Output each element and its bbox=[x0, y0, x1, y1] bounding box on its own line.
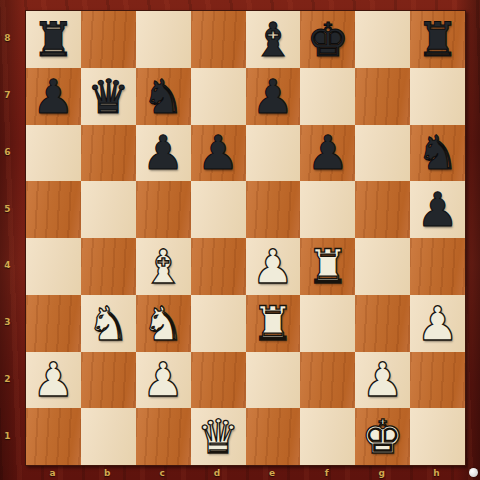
piece-bp: ♟ bbox=[307, 129, 349, 176]
square-f1[interactable] bbox=[300, 408, 355, 465]
square-c7[interactable]: ♞ bbox=[136, 68, 191, 125]
square-f5[interactable] bbox=[300, 181, 355, 238]
square-b1[interactable] bbox=[81, 408, 136, 465]
rank-label-8: 8 bbox=[0, 10, 15, 67]
piece-bk: ♚ bbox=[307, 16, 349, 63]
piece-bp: ♟ bbox=[416, 186, 458, 233]
piece-wp: ♟ bbox=[362, 356, 404, 403]
square-h8[interactable]: ♜ bbox=[410, 11, 465, 68]
square-a6[interactable] bbox=[26, 125, 81, 182]
square-f2[interactable] bbox=[300, 352, 355, 409]
piece-wr: ♜ bbox=[307, 243, 349, 290]
square-g5[interactable] bbox=[355, 181, 410, 238]
square-d7[interactable] bbox=[191, 68, 246, 125]
piece-wn: ♞ bbox=[87, 300, 129, 347]
square-e6[interactable] bbox=[246, 125, 301, 182]
square-b3[interactable]: ♞ bbox=[81, 295, 136, 352]
file-label-g: g bbox=[354, 465, 409, 480]
square-d4[interactable] bbox=[191, 238, 246, 295]
square-f7[interactable] bbox=[300, 68, 355, 125]
piece-bp: ♟ bbox=[142, 129, 184, 176]
rank-labels: 87654321 bbox=[0, 10, 25, 464]
square-g2[interactable]: ♟ bbox=[355, 352, 410, 409]
piece-wb: ♝ bbox=[142, 243, 184, 290]
piece-bn: ♞ bbox=[416, 129, 458, 176]
square-c3[interactable]: ♞ bbox=[136, 295, 191, 352]
square-h5[interactable]: ♟ bbox=[410, 181, 465, 238]
square-d6[interactable]: ♟ bbox=[191, 125, 246, 182]
file-labels: abcdefgh bbox=[25, 465, 464, 480]
square-d8[interactable] bbox=[191, 11, 246, 68]
square-c6[interactable]: ♟ bbox=[136, 125, 191, 182]
piece-bn: ♞ bbox=[142, 73, 184, 120]
piece-br: ♜ bbox=[32, 16, 74, 63]
square-b2[interactable] bbox=[81, 352, 136, 409]
rank-label-5: 5 bbox=[0, 180, 15, 237]
square-e3[interactable]: ♜ bbox=[246, 295, 301, 352]
piece-wq: ♛ bbox=[197, 413, 239, 460]
piece-wn: ♞ bbox=[142, 300, 184, 347]
square-a8[interactable]: ♜ bbox=[26, 11, 81, 68]
square-e1[interactable] bbox=[246, 408, 301, 465]
square-f8[interactable]: ♚ bbox=[300, 11, 355, 68]
file-label-h: h bbox=[409, 465, 464, 480]
square-d2[interactable] bbox=[191, 352, 246, 409]
chess-frame: 87654321 ♜♝♚♜♟♛♞♟♟♟♟♞♟♝♟♜♞♞♜♟♟♟♟♛♚ abcde… bbox=[0, 0, 480, 480]
square-a3[interactable] bbox=[26, 295, 81, 352]
square-c8[interactable] bbox=[136, 11, 191, 68]
piece-wk: ♚ bbox=[362, 413, 404, 460]
white-to-move-indicator bbox=[469, 468, 478, 477]
square-g8[interactable] bbox=[355, 11, 410, 68]
square-g7[interactable] bbox=[355, 68, 410, 125]
square-h3[interactable]: ♟ bbox=[410, 295, 465, 352]
square-a5[interactable] bbox=[26, 181, 81, 238]
square-g1[interactable]: ♚ bbox=[355, 408, 410, 465]
piece-wp: ♟ bbox=[32, 356, 74, 403]
rank-label-2: 2 bbox=[0, 351, 15, 408]
piece-wp: ♟ bbox=[142, 356, 184, 403]
square-e7[interactable]: ♟ bbox=[246, 68, 301, 125]
square-e5[interactable] bbox=[246, 181, 301, 238]
piece-bp: ♟ bbox=[197, 129, 239, 176]
square-b7[interactable]: ♛ bbox=[81, 68, 136, 125]
file-label-c: c bbox=[135, 465, 190, 480]
file-label-f: f bbox=[299, 465, 354, 480]
square-h2[interactable] bbox=[410, 352, 465, 409]
square-a7[interactable]: ♟ bbox=[26, 68, 81, 125]
square-c4[interactable]: ♝ bbox=[136, 238, 191, 295]
file-label-e: e bbox=[245, 465, 300, 480]
file-label-d: d bbox=[190, 465, 245, 480]
piece-bp: ♟ bbox=[252, 73, 294, 120]
square-f4[interactable]: ♜ bbox=[300, 238, 355, 295]
rank-label-4: 4 bbox=[0, 237, 15, 294]
square-h7[interactable] bbox=[410, 68, 465, 125]
file-label-b: b bbox=[80, 465, 135, 480]
square-b6[interactable] bbox=[81, 125, 136, 182]
square-h6[interactable]: ♞ bbox=[410, 125, 465, 182]
square-d1[interactable]: ♛ bbox=[191, 408, 246, 465]
square-g6[interactable] bbox=[355, 125, 410, 182]
square-c1[interactable] bbox=[136, 408, 191, 465]
square-g3[interactable] bbox=[355, 295, 410, 352]
square-g4[interactable] bbox=[355, 238, 410, 295]
rank-label-1: 1 bbox=[0, 407, 15, 464]
square-f6[interactable]: ♟ bbox=[300, 125, 355, 182]
file-label-a: a bbox=[25, 465, 80, 480]
square-c2[interactable]: ♟ bbox=[136, 352, 191, 409]
square-c5[interactable] bbox=[136, 181, 191, 238]
piece-bb: ♝ bbox=[252, 16, 294, 63]
square-h4[interactable] bbox=[410, 238, 465, 295]
square-b8[interactable] bbox=[81, 11, 136, 68]
piece-wr: ♜ bbox=[252, 300, 294, 347]
square-a1[interactable] bbox=[26, 408, 81, 465]
square-a2[interactable]: ♟ bbox=[26, 352, 81, 409]
square-a4[interactable] bbox=[26, 238, 81, 295]
chess-board: ♜♝♚♜♟♛♞♟♟♟♟♞♟♝♟♜♞♞♜♟♟♟♟♛♚ bbox=[25, 10, 466, 466]
piece-bq: ♛ bbox=[87, 73, 129, 120]
square-d3[interactable] bbox=[191, 295, 246, 352]
piece-wp: ♟ bbox=[252, 243, 294, 290]
square-h1[interactable] bbox=[410, 408, 465, 465]
piece-wp: ♟ bbox=[416, 300, 458, 347]
piece-br: ♜ bbox=[416, 16, 458, 63]
square-b5[interactable] bbox=[81, 181, 136, 238]
square-b4[interactable] bbox=[81, 238, 136, 295]
rank-label-7: 7 bbox=[0, 67, 15, 124]
rank-label-6: 6 bbox=[0, 124, 15, 181]
square-e2[interactable] bbox=[246, 352, 301, 409]
piece-bp: ♟ bbox=[32, 73, 74, 120]
rank-label-3: 3 bbox=[0, 294, 15, 351]
square-e4[interactable]: ♟ bbox=[246, 238, 301, 295]
square-f3[interactable] bbox=[300, 295, 355, 352]
square-e8[interactable]: ♝ bbox=[246, 11, 301, 68]
square-d5[interactable] bbox=[191, 181, 246, 238]
